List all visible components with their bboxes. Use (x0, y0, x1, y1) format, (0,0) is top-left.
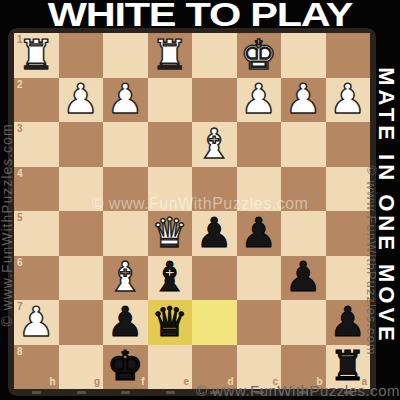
rank-label-8: 8 (17, 347, 23, 357)
file-label-h: h (49, 377, 55, 387)
file-label-g: g (94, 377, 100, 387)
square-e6[interactable]: ♝ (148, 256, 193, 301)
square-h2[interactable]: 2 (14, 78, 59, 123)
piece-black-pawn[interactable]: ♟ (103, 300, 148, 345)
piece-black-queen[interactable]: ♛ (148, 300, 193, 345)
square-g3[interactable] (59, 122, 104, 167)
mate-in-one-label: MATE IN ONE MOVE (373, 67, 399, 345)
piece-black-bishop[interactable]: ♝ (148, 256, 193, 301)
square-e5[interactable]: ♛ (148, 211, 193, 256)
square-a2[interactable]: ♟ (326, 78, 371, 123)
square-e3[interactable] (148, 122, 193, 167)
square-g5[interactable] (59, 211, 104, 256)
square-a1[interactable] (326, 33, 371, 78)
square-c7[interactable] (237, 300, 282, 345)
piece-white-pawn[interactable]: ♟ (326, 78, 371, 123)
square-b2[interactable]: ♟ (281, 78, 326, 123)
square-h6[interactable]: 6 (14, 256, 59, 301)
piece-white-pawn[interactable]: ♟ (281, 78, 326, 123)
rank-label-4: 4 (17, 169, 23, 179)
square-d3[interactable]: ♝ (192, 122, 237, 167)
file-label-e: e (183, 377, 189, 387)
square-g7[interactable] (59, 300, 104, 345)
piece-black-king[interactable]: ♚ (103, 345, 148, 390)
piece-black-pawn[interactable]: ♟ (237, 211, 282, 256)
square-e1[interactable]: ♜ (148, 33, 193, 78)
rank-label-5: 5 (17, 213, 23, 223)
page-title: WHITE TO PLAY (0, 0, 400, 31)
square-e7[interactable]: ♛ (148, 300, 193, 345)
piece-white-rook[interactable]: ♜ (14, 33, 59, 78)
square-f7[interactable]: ♟ (103, 300, 148, 345)
piece-white-pawn[interactable]: ♟ (59, 78, 104, 123)
piece-white-rook[interactable]: ♜ (148, 33, 193, 78)
piece-white-king[interactable]: ♚ (237, 33, 282, 78)
square-c3[interactable] (237, 122, 282, 167)
watermark-left: © www.FunWithPuzzles.com (0, 50, 16, 400)
square-g1[interactable] (59, 33, 104, 78)
square-c1[interactable]: ♚ (237, 33, 282, 78)
square-b6[interactable]: ♟ (281, 256, 326, 301)
square-b5[interactable] (281, 211, 326, 256)
square-c2[interactable]: ♟ (237, 78, 282, 123)
frame-dash (77, 391, 86, 394)
piece-white-queen[interactable]: ♛ (148, 211, 193, 256)
square-b7[interactable] (281, 300, 326, 345)
rank-label-3: 3 (17, 124, 23, 134)
piece-white-bishop[interactable]: ♝ (192, 122, 237, 167)
square-g6[interactable] (59, 256, 104, 301)
square-g2[interactable]: ♟ (59, 78, 104, 123)
piece-white-pawn[interactable]: ♟ (14, 300, 59, 345)
square-d7[interactable] (192, 300, 237, 345)
square-b3[interactable] (281, 122, 326, 167)
side-banner: MATE IN ONE MOVE (372, 33, 400, 378)
square-h7[interactable]: 7♟ (14, 300, 59, 345)
square-c5[interactable]: ♟ (237, 211, 282, 256)
square-e8[interactable]: e (148, 345, 193, 390)
watermark-bottom: © www.FunWithPuzzles.com (196, 382, 400, 399)
square-d1[interactable] (192, 33, 237, 78)
frame-dash (121, 391, 130, 394)
square-h8[interactable]: 8h (14, 345, 59, 390)
piece-white-pawn[interactable]: ♟ (103, 78, 148, 123)
square-c6[interactable] (237, 256, 282, 301)
square-d6[interactable] (192, 256, 237, 301)
square-g8[interactable]: g (59, 345, 104, 390)
square-f2[interactable]: ♟ (103, 78, 148, 123)
piece-white-bishop[interactable]: ♝ (103, 256, 148, 301)
square-f6[interactable]: ♝ (103, 256, 148, 301)
rank-label-2: 2 (17, 80, 23, 90)
square-f5[interactable] (103, 211, 148, 256)
rank-label-6: 6 (17, 258, 23, 268)
piece-black-pawn[interactable]: ♟ (281, 256, 326, 301)
square-f8[interactable]: f♚ (103, 345, 148, 390)
square-b1[interactable] (281, 33, 326, 78)
square-e2[interactable] (148, 78, 193, 123)
square-f3[interactable] (103, 122, 148, 167)
square-d2[interactable] (192, 78, 237, 123)
square-h3[interactable]: 3 (14, 122, 59, 167)
frame-dash (32, 391, 41, 394)
watermark-middle: © www.FunWithPuzzles.com (0, 195, 400, 213)
square-d5[interactable]: ♟ (192, 211, 237, 256)
square-f1[interactable] (103, 33, 148, 78)
frame-dash (166, 391, 175, 394)
piece-black-pawn[interactable]: ♟ (192, 211, 237, 256)
square-h5[interactable]: 5 (14, 211, 59, 256)
piece-white-pawn[interactable]: ♟ (237, 78, 282, 123)
square-h1[interactable]: 1♜ (14, 33, 59, 78)
